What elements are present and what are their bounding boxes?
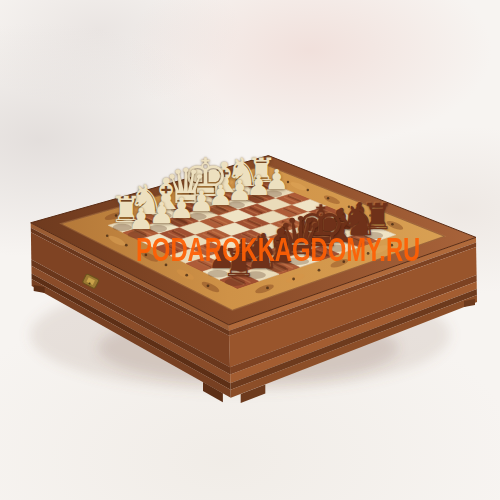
piece-shadow [153, 212, 172, 219]
piece-shadow [246, 196, 264, 203]
nail-dot [236, 179, 238, 181]
piece-shadow [208, 207, 226, 214]
piece-shadow [188, 213, 207, 220]
piece-shadow [208, 270, 228, 278]
piece-shadow [212, 195, 230, 202]
piece-shadow [113, 224, 132, 231]
nail-dot [125, 244, 128, 247]
nail-dot [292, 278, 295, 281]
piece-shadow [227, 202, 245, 209]
nail-dot [213, 186, 215, 188]
piece-shadow [264, 191, 282, 198]
nail-dot [165, 200, 168, 203]
nail-dot [391, 223, 394, 226]
product-photo: ♜♞♟♝♟♚♟♛♟♝♟♞♟♜♟♟♟♟♜♟♞♟♝♟♚♟♛♟♝♟♞♜ PODAROK… [0, 0, 500, 500]
piece-shadow [133, 218, 152, 225]
piece-shadow [190, 201, 213, 208]
piece-shadow [168, 219, 187, 226]
piece-shadow [249, 184, 267, 191]
nail-dot [106, 234, 109, 237]
nail-dot [185, 274, 188, 277]
piece-shadow [171, 206, 194, 213]
nail-dot [115, 214, 118, 217]
nail-dot [307, 189, 309, 191]
nail-dot [189, 193, 191, 195]
nail-dot [348, 206, 351, 209]
nail-dot [140, 207, 143, 210]
nail-dot [327, 197, 329, 199]
nail-dot [369, 214, 372, 217]
piece-shadow [230, 189, 248, 196]
nail-dot [287, 181, 289, 183]
piece-shadow [225, 278, 245, 286]
nail-dot [318, 269, 321, 272]
piece-shadow [246, 271, 266, 279]
nail-dot [207, 284, 210, 287]
watermark: PODAROKKAGDOMY.RU [136, 230, 420, 269]
nail-dot [266, 286, 269, 289]
